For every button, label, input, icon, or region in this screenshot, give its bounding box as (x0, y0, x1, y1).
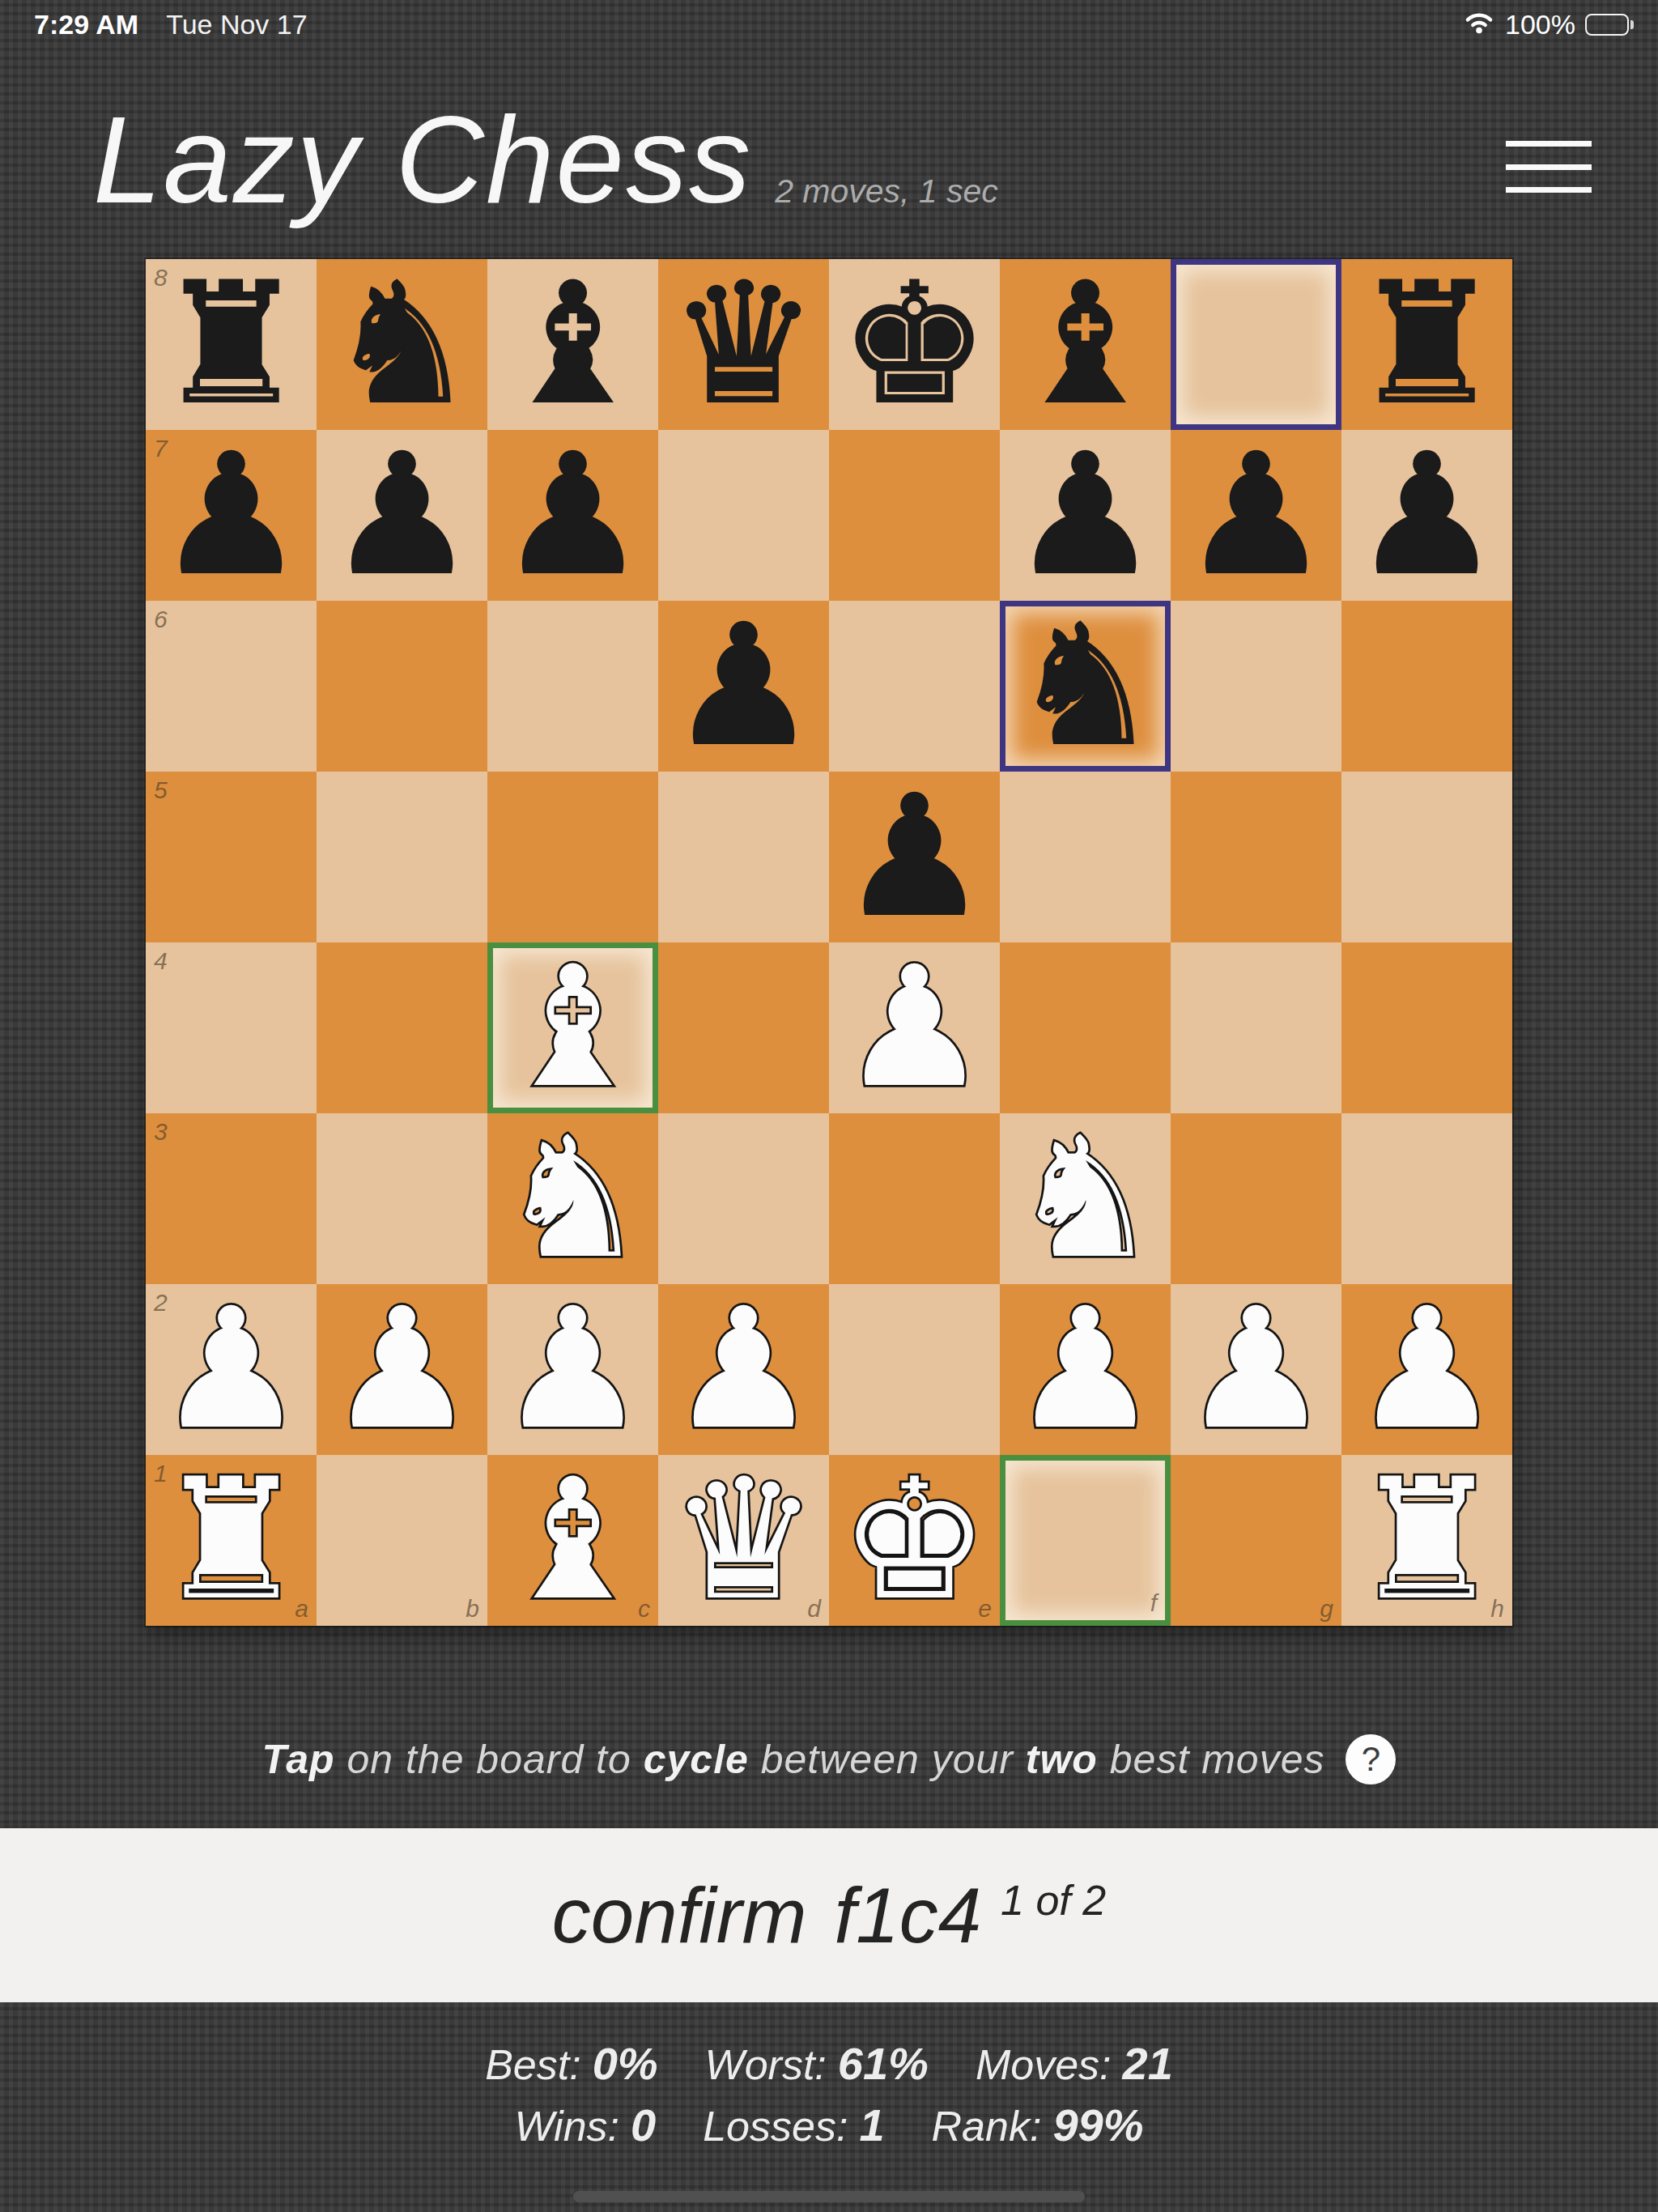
square-e8[interactable]: ♚ (829, 259, 1000, 430)
black-bishop: ♝ (487, 259, 658, 430)
square-d6[interactable]: ♟ (658, 601, 829, 772)
chess-board[interactable]: ♜8♞♝♛♚♝♜♟7♟♟♟♟♟6♟♞5♟4♝♟3♞♞♟2♟♟♟♟♟♟♜1ab♝c… (146, 259, 1512, 1626)
square-f3[interactable]: ♞ (1000, 1113, 1171, 1284)
black-pawn: ♟ (658, 601, 829, 772)
white-knight: ♞ (487, 1113, 658, 1284)
stat-best-label: Best: (485, 2040, 581, 2089)
home-indicator[interactable] (573, 2191, 1085, 2202)
white-knight: ♞ (1000, 1113, 1171, 1284)
square-d8[interactable]: ♛ (658, 259, 829, 430)
stat-moves-value: 21 (1123, 2037, 1173, 2090)
stat-wins-label: Wins: (514, 2102, 619, 2150)
square-h6[interactable] (1341, 601, 1512, 772)
square-d5[interactable] (658, 772, 829, 942)
square-b2[interactable]: ♟ (317, 1284, 487, 1455)
file-label-b: b (466, 1595, 479, 1623)
black-bishop: ♝ (1000, 259, 1171, 430)
white-pawn: ♟ (487, 1284, 658, 1455)
black-pawn: ♟ (146, 430, 317, 601)
square-b3[interactable] (317, 1113, 487, 1284)
square-a1[interactable]: ♜1a (146, 1455, 317, 1626)
square-b7[interactable]: ♟ (317, 430, 487, 601)
square-g8[interactable] (1171, 259, 1341, 430)
rank-label-3: 3 (154, 1118, 168, 1146)
square-f1[interactable]: f (1000, 1455, 1171, 1626)
square-d3[interactable] (658, 1113, 829, 1284)
square-c7[interactable]: ♟ (487, 430, 658, 601)
rank-label-2: 2 (154, 1289, 168, 1317)
question-mark-icon[interactable]: ? (1346, 1734, 1396, 1784)
square-c4[interactable]: ♝ (487, 942, 658, 1113)
square-b8[interactable]: ♞ (317, 259, 487, 430)
square-g4[interactable] (1171, 942, 1341, 1113)
wifi-icon (1463, 9, 1495, 40)
rank-label-6: 6 (154, 606, 168, 633)
black-pawn: ♟ (829, 772, 1000, 942)
stats-row-1: Best:0% Worst:61% Moves:21 (0, 2037, 1658, 2090)
stat-worst-value: 61% (838, 2037, 929, 2090)
app-header: Lazy Chess 2 moves, 1 sec (93, 96, 998, 225)
square-d2[interactable]: ♟ (658, 1284, 829, 1455)
square-e7[interactable] (829, 430, 1000, 601)
square-e1[interactable]: ♚e (829, 1455, 1000, 1626)
square-c8[interactable]: ♝ (487, 259, 658, 430)
square-b5[interactable] (317, 772, 487, 942)
square-c3[interactable]: ♞ (487, 1113, 658, 1284)
confirm-action-label: confirm (552, 1871, 807, 1960)
rank-label-7: 7 (154, 435, 168, 462)
white-rook: ♜ (1341, 1455, 1512, 1626)
rank-label-1: 1 (154, 1460, 168, 1487)
white-bishop: ♝ (487, 1455, 658, 1626)
square-c1[interactable]: ♝c (487, 1455, 658, 1626)
square-e5[interactable]: ♟ (829, 772, 1000, 942)
square-e2[interactable] (829, 1284, 1000, 1455)
black-pawn: ♟ (1171, 430, 1341, 601)
white-pawn: ♟ (1171, 1284, 1341, 1455)
black-pawn: ♟ (317, 430, 487, 601)
square-b4[interactable] (317, 942, 487, 1113)
square-c2[interactable]: ♟ (487, 1284, 658, 1455)
square-g1[interactable]: g (1171, 1455, 1341, 1626)
stats-row-2: Wins:0 Losses:1 Rank:99% (0, 2099, 1658, 2151)
white-pawn: ♟ (658, 1284, 829, 1455)
file-label-d: d (807, 1595, 821, 1623)
square-d4[interactable] (658, 942, 829, 1113)
file-label-g: g (1320, 1595, 1333, 1623)
file-label-h: h (1490, 1595, 1504, 1623)
square-h8[interactable]: ♜ (1341, 259, 1512, 430)
square-f4[interactable] (1000, 942, 1171, 1113)
app-title: Lazy Chess (93, 96, 752, 225)
white-pawn: ♟ (317, 1284, 487, 1455)
square-g7[interactable]: ♟ (1171, 430, 1341, 601)
file-label-e: e (978, 1595, 992, 1623)
square-b6[interactable] (317, 601, 487, 772)
square-f7[interactable]: ♟ (1000, 430, 1171, 601)
white-queen: ♛ (658, 1455, 829, 1626)
file-label-c: c (638, 1595, 650, 1623)
black-king: ♚ (829, 259, 1000, 430)
instruction-text: Tap on the board to cycle between your t… (262, 1736, 1325, 1783)
battery-percent: 100% (1505, 9, 1575, 40)
stat-wins-value: 0 (631, 2099, 656, 2151)
square-d1[interactable]: ♛d (658, 1455, 829, 1626)
square-a6[interactable]: 6 (146, 601, 317, 772)
move-counter: 1 of 2 (1001, 1876, 1106, 1925)
white-pawn: ♟ (1341, 1284, 1512, 1455)
confirm-move-label: f1c4 (835, 1871, 981, 1960)
square-f8[interactable]: ♝ (1000, 259, 1171, 430)
battery-icon (1585, 14, 1634, 36)
rank-label-4: 4 (154, 947, 168, 975)
instruction-bar: Tap on the board to cycle between your t… (0, 1734, 1658, 1784)
square-h2[interactable]: ♟ (1341, 1284, 1512, 1455)
square-a2[interactable]: ♟2 (146, 1284, 317, 1455)
square-h3[interactable] (1341, 1113, 1512, 1284)
white-pawn: ♟ (146, 1284, 317, 1455)
square-a3[interactable]: 3 (146, 1113, 317, 1284)
white-rook: ♜ (146, 1455, 317, 1626)
confirm-move-button[interactable]: confirm f1c4 1 of 2 (0, 1828, 1658, 2002)
square-a4[interactable]: 4 (146, 942, 317, 1113)
square-h7[interactable]: ♟ (1341, 430, 1512, 601)
square-f2[interactable]: ♟ (1000, 1284, 1171, 1455)
square-a7[interactable]: ♟7 (146, 430, 317, 601)
black-knight: ♞ (317, 259, 487, 430)
stat-losses-value: 1 (859, 2099, 884, 2151)
square-h5[interactable] (1341, 772, 1512, 942)
stat-best-value: 0% (593, 2037, 658, 2090)
square-f6[interactable]: ♞ (1000, 601, 1171, 772)
hamburger-menu-icon[interactable] (1506, 141, 1592, 193)
status-date: Tue Nov 17 (166, 9, 308, 40)
square-h1[interactable]: ♜h (1341, 1455, 1512, 1626)
status-bar: 7:29 AM Tue Nov 17 100% (0, 0, 1658, 45)
black-pawn: ♟ (1000, 430, 1171, 601)
black-knight: ♞ (1005, 606, 1165, 766)
stat-losses-label: Losses: (703, 2102, 848, 2150)
square-h4[interactable] (1341, 942, 1512, 1113)
square-a5[interactable]: 5 (146, 772, 317, 942)
square-e6[interactable] (829, 601, 1000, 772)
square-g3[interactable] (1171, 1113, 1341, 1284)
square-a8[interactable]: ♜8 (146, 259, 317, 430)
rank-label-8: 8 (154, 264, 168, 291)
stat-worst-label: Worst: (705, 2040, 827, 2089)
white-king: ♚ (829, 1455, 1000, 1626)
square-c5[interactable] (487, 772, 658, 942)
app-subtitle: 2 moves, 1 sec (775, 172, 998, 211)
square-b1[interactable]: b (317, 1455, 487, 1626)
stat-rank-label: Rank: (932, 2102, 1042, 2150)
white-pawn: ♟ (829, 942, 1000, 1113)
file-label-a: a (295, 1595, 308, 1623)
stat-rank-value: 99% (1052, 2099, 1143, 2151)
white-bishop: ♝ (493, 948, 653, 1108)
black-rook: ♜ (146, 259, 317, 430)
file-label-f: f (1150, 1589, 1157, 1617)
square-g2[interactable]: ♟ (1171, 1284, 1341, 1455)
black-queen: ♛ (658, 259, 829, 430)
square-g6[interactable] (1171, 601, 1341, 772)
black-rook: ♜ (1341, 259, 1512, 430)
stat-moves-label: Moves: (976, 2040, 1112, 2089)
square-d7[interactable] (658, 430, 829, 601)
black-pawn: ♟ (487, 430, 658, 601)
square-c6[interactable] (487, 601, 658, 772)
status-time: 7:29 AM (34, 9, 138, 40)
white-pawn: ♟ (1000, 1284, 1171, 1455)
black-pawn: ♟ (1341, 430, 1512, 601)
square-e4[interactable]: ♟ (829, 942, 1000, 1113)
rank-label-5: 5 (154, 776, 168, 804)
square-g5[interactable] (1171, 772, 1341, 942)
square-f5[interactable] (1000, 772, 1171, 942)
square-e3[interactable] (829, 1113, 1000, 1284)
